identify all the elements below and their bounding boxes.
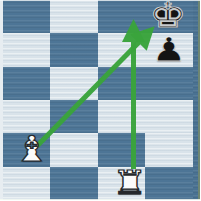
black-king-piece[interactable]: ♚: [150, 0, 187, 33]
board-square[interactable]: [98, 100, 146, 133]
board-square[interactable]: [145, 67, 193, 100]
board-square[interactable]: [3, 0, 51, 33]
board-square[interactable]: [3, 33, 51, 66]
board-square[interactable]: [145, 167, 193, 200]
board-square[interactable]: [98, 33, 146, 66]
board-square[interactable]: [50, 100, 98, 133]
white-bishop-piece[interactable]: ♝: [14, 132, 51, 167]
board-square[interactable]: [50, 33, 98, 66]
board-square[interactable]: [98, 0, 146, 33]
image-right-edge-strip: [198, 0, 201, 200]
board-square[interactable]: [3, 167, 51, 200]
board-square[interactable]: [98, 133, 146, 166]
image-bottom-edge: [0, 199, 200, 201]
chess-board-screenshot: ♚♟♝♜: [0, 0, 200, 200]
board-square[interactable]: [50, 133, 98, 166]
board-square[interactable]: [50, 0, 98, 33]
white-rook-piece[interactable]: ♜: [113, 166, 148, 199]
black-pawn-piece[interactable]: ♟: [152, 33, 187, 66]
board-square[interactable]: [145, 133, 193, 166]
board-square[interactable]: [3, 67, 51, 100]
board-left-edge: [0, 0, 3, 200]
board-square[interactable]: [50, 167, 98, 200]
board-square[interactable]: [145, 100, 193, 133]
board-square[interactable]: [50, 67, 98, 100]
board-square[interactable]: [98, 67, 146, 100]
